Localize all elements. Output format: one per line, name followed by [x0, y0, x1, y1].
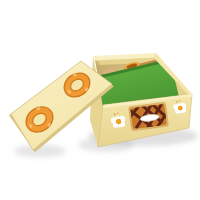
- product-photo: [0, 0, 200, 200]
- toy-box-scene: [0, 0, 200, 200]
